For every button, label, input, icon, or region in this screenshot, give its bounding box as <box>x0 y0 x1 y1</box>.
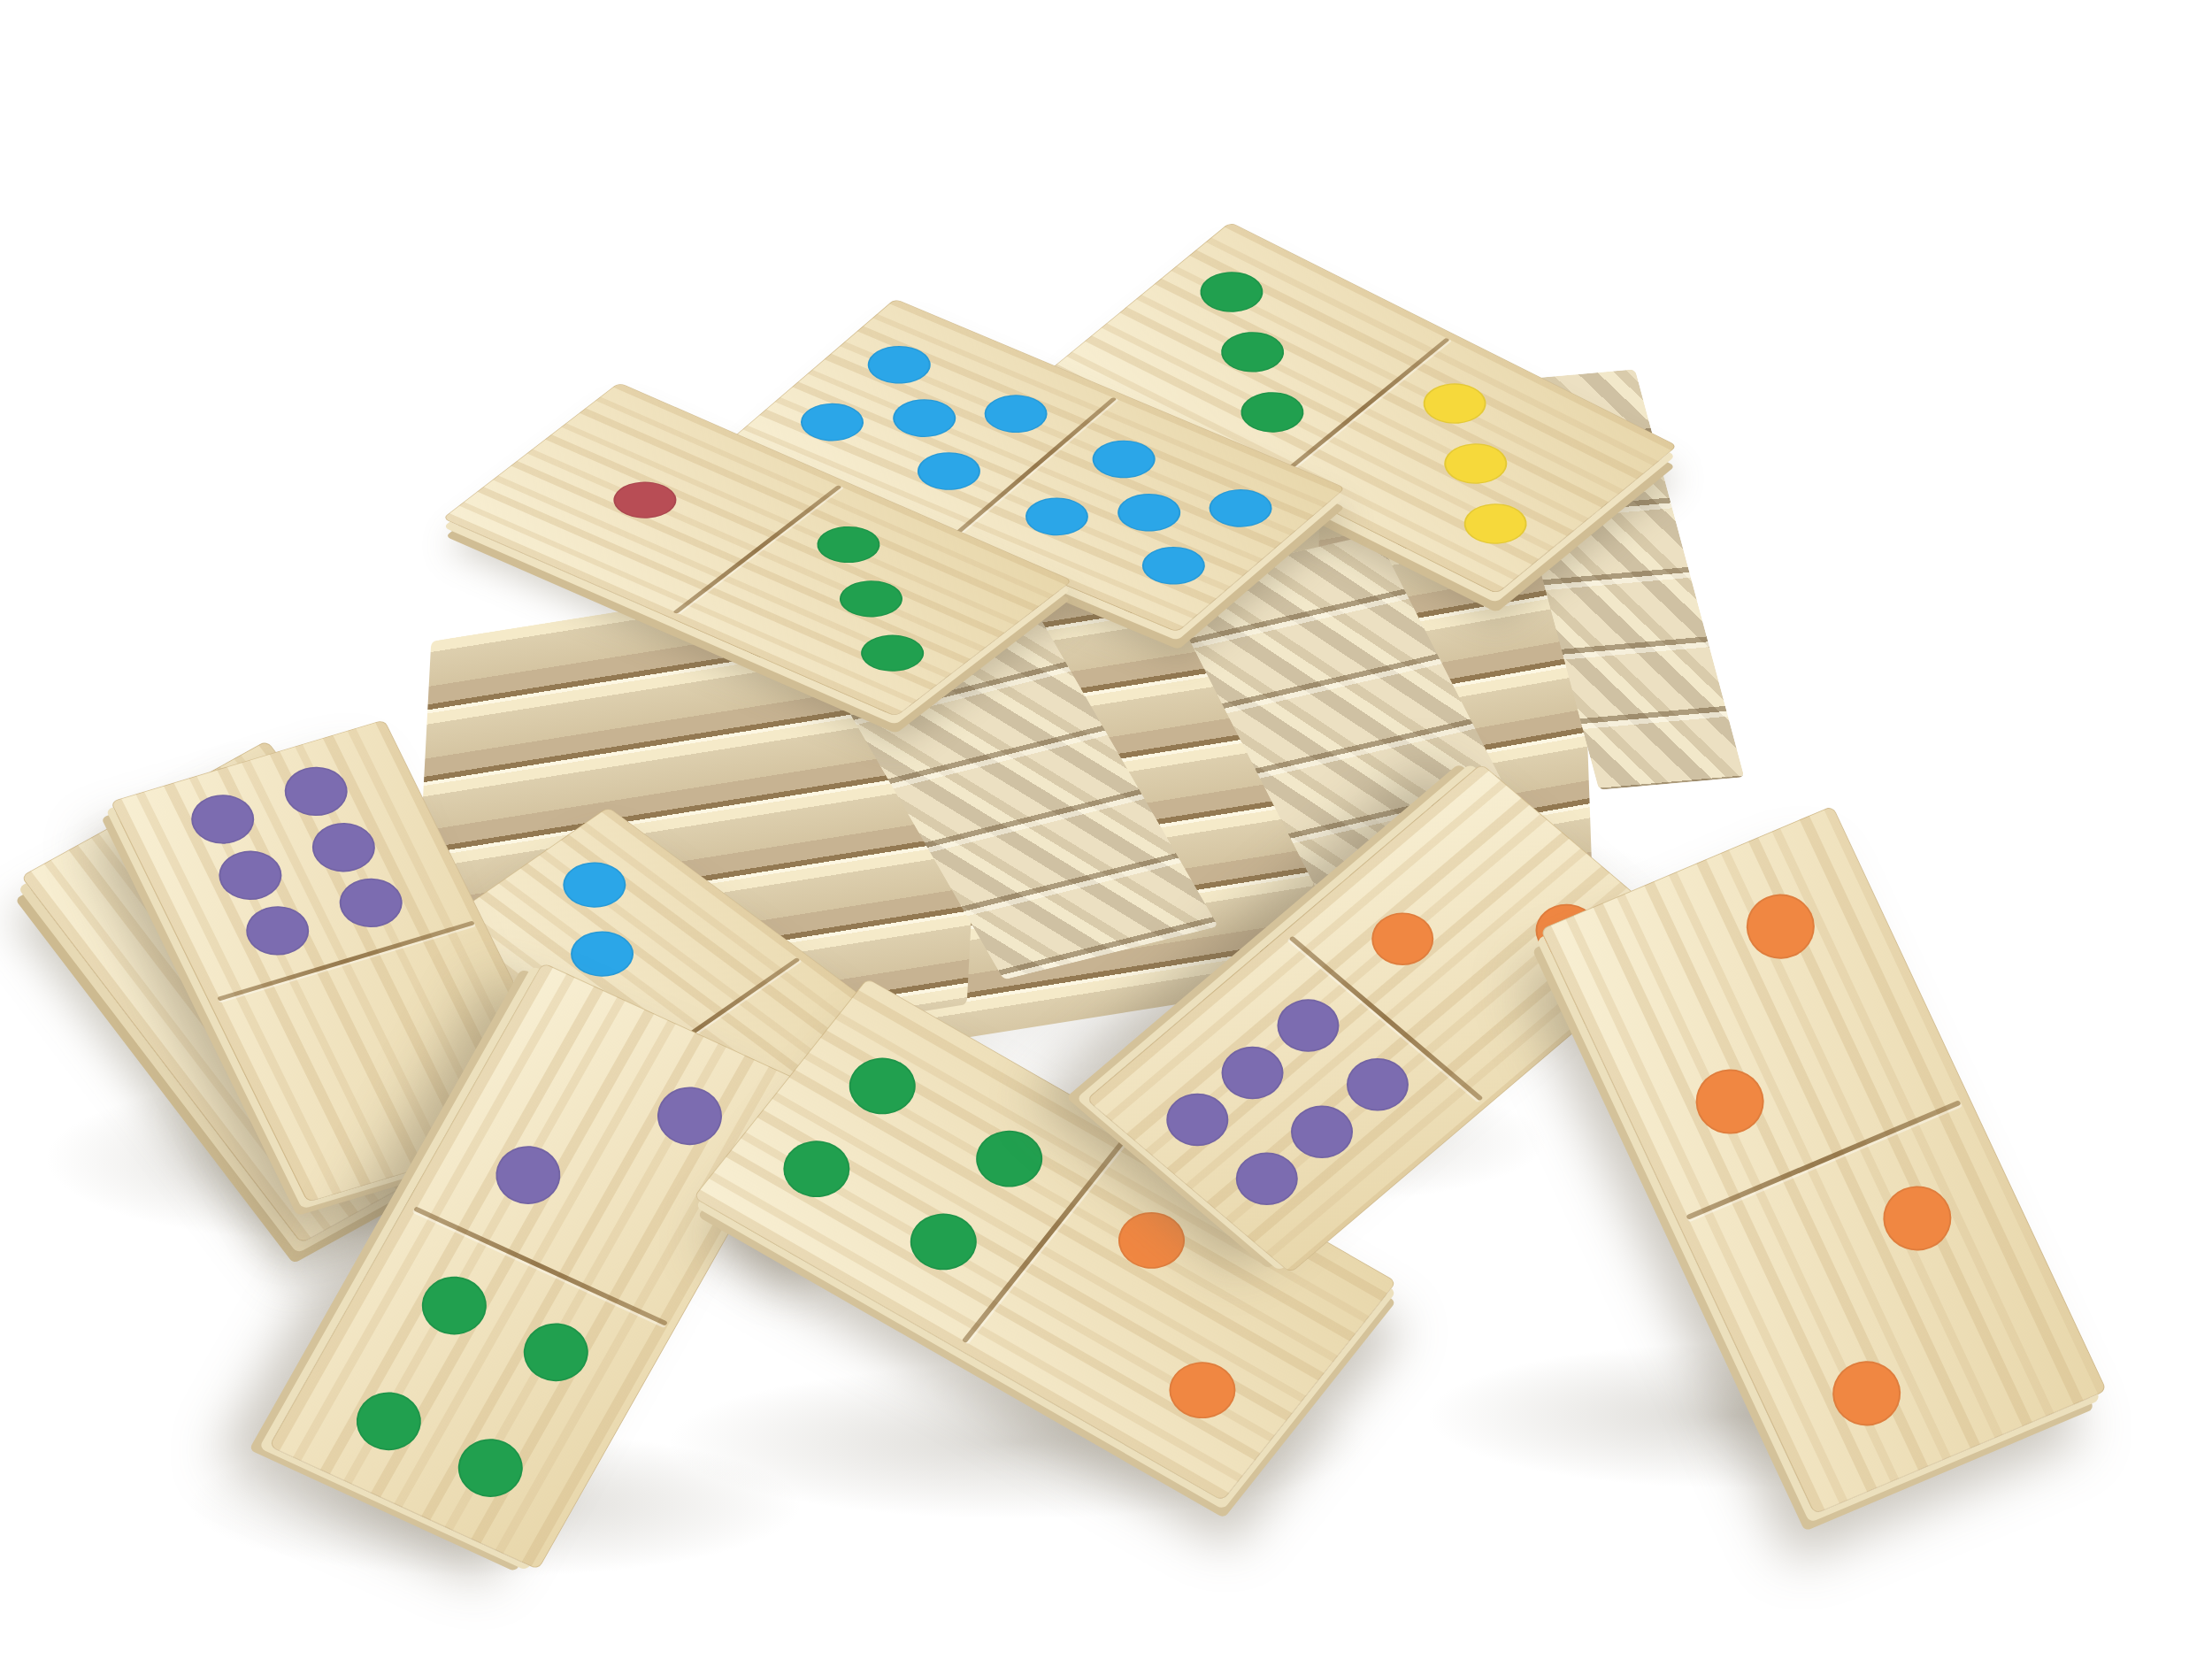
pip-green <box>512 1313 599 1391</box>
pip-red <box>601 474 688 526</box>
pip-yellow <box>1451 495 1540 552</box>
pip-green <box>1208 324 1296 380</box>
pip-green <box>1187 264 1276 320</box>
pip-blue <box>1130 540 1217 592</box>
pip-green <box>771 1130 863 1208</box>
pip-purple <box>303 816 384 879</box>
pip-orange <box>1156 1351 1248 1429</box>
pip-purple <box>1263 988 1351 1063</box>
pip-purple <box>182 787 264 851</box>
pip-purple <box>1333 1048 1421 1122</box>
pip-blue <box>788 396 876 449</box>
pip-purple <box>210 843 291 907</box>
pip-purple <box>237 899 319 963</box>
pip-purple <box>485 1136 572 1214</box>
pip-purple <box>330 872 411 935</box>
pip-green <box>897 1202 989 1280</box>
pip-blue <box>880 392 968 444</box>
pip-blue <box>1196 482 1284 534</box>
pip-green <box>804 519 892 571</box>
domino-scene <box>0 0 2212 1659</box>
pip-purple <box>275 759 357 823</box>
pip-yellow <box>1431 435 1519 492</box>
pip-green <box>836 1047 928 1125</box>
pip-purple <box>1209 1035 1296 1110</box>
pip-green <box>1228 384 1317 441</box>
pip-blue <box>855 339 942 391</box>
pip-green <box>345 1382 432 1460</box>
pip-green <box>849 627 936 679</box>
domino-2-2 <box>1540 805 2108 1514</box>
pip-purple <box>1278 1094 1365 1169</box>
pip-purple <box>647 1077 733 1155</box>
pip-blue <box>1013 490 1101 542</box>
pip-orange <box>1685 1059 1775 1145</box>
pip-purple <box>1154 1082 1241 1156</box>
pip-orange <box>1735 884 1825 970</box>
pip-blue <box>905 445 993 497</box>
pip-blue <box>972 388 1059 440</box>
pip-orange <box>1872 1176 1962 1262</box>
pip-green <box>964 1119 1056 1197</box>
pip-blue <box>550 853 639 917</box>
pip-green <box>447 1429 534 1507</box>
pip-orange <box>1358 902 1446 976</box>
pip-purple <box>1223 1141 1310 1216</box>
pip-yellow <box>1410 375 1499 432</box>
pip-orange <box>1822 1351 1912 1437</box>
pip-green <box>826 573 914 625</box>
pip-orange <box>1106 1202 1198 1279</box>
pip-blue <box>1079 433 1167 485</box>
pip-blue <box>1105 487 1193 539</box>
pip-green <box>411 1266 497 1344</box>
